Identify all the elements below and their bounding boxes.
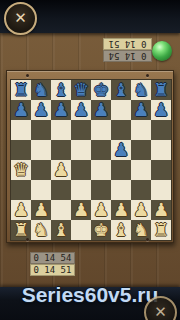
nail-icon <box>26 238 29 241</box>
square-f3[interactable] <box>111 180 131 200</box>
piece-white-pawn: ♟ <box>33 200 49 220</box>
square-b4[interactable] <box>31 160 51 180</box>
app-screen: ✕ 0 14 54 0 14 51 ♜♞♝♛♚♝♞♜♟♟♟♟♟♟♟♟♛♟♟♟♟♟… <box>0 0 180 320</box>
piece-black-rook: ♜ <box>13 80 29 100</box>
square-b6[interactable] <box>31 120 51 140</box>
square-g4[interactable] <box>131 160 151 180</box>
square-b1[interactable]: ♞ <box>31 220 51 240</box>
piece-black-bishop: ♝ <box>113 80 129 100</box>
piece-white-knight: ♞ <box>133 220 149 240</box>
square-f1[interactable]: ♝ <box>111 220 131 240</box>
piece-black-pawn: ♟ <box>53 100 69 120</box>
close-button-top[interactable]: ✕ <box>4 2 37 35</box>
piece-black-pawn: ♟ <box>113 140 129 160</box>
square-e7[interactable]: ♟ <box>91 100 111 120</box>
square-b5[interactable] <box>31 140 51 160</box>
square-h4[interactable] <box>151 160 171 180</box>
piece-black-queen: ♛ <box>73 80 89 100</box>
square-h7[interactable]: ♟ <box>151 100 171 120</box>
piece-white-knight: ♞ <box>33 220 49 240</box>
square-g5[interactable] <box>131 140 151 160</box>
square-d2[interactable]: ♟ <box>71 200 91 220</box>
square-e2[interactable]: ♟ <box>91 200 111 220</box>
square-c4[interactable]: ♟ <box>51 160 71 180</box>
piece-black-knight: ♞ <box>33 80 49 100</box>
piece-black-pawn: ♟ <box>133 100 149 120</box>
square-a2[interactable]: ♟ <box>11 200 31 220</box>
piece-white-pawn: ♟ <box>13 200 29 220</box>
square-g6[interactable] <box>131 120 151 140</box>
nail-icon <box>26 74 29 77</box>
nail-icon <box>146 74 149 77</box>
square-c2[interactable] <box>51 200 71 220</box>
square-g1[interactable]: ♞ <box>131 220 151 240</box>
square-g3[interactable] <box>131 180 151 200</box>
square-e4[interactable] <box>91 160 111 180</box>
piece-white-pawn: ♟ <box>53 160 69 180</box>
square-a8[interactable]: ♜ <box>11 80 31 100</box>
square-e3[interactable] <box>91 180 111 200</box>
piece-white-rook: ♜ <box>153 220 169 240</box>
piece-black-pawn: ♟ <box>93 100 109 120</box>
square-e5[interactable] <box>91 140 111 160</box>
square-c5[interactable] <box>51 140 71 160</box>
board-grid: ♜♞♝♛♚♝♞♜♟♟♟♟♟♟♟♟♛♟♟♟♟♟♟♟♟♜♞♝♚♝♞♜ <box>11 80 171 240</box>
square-b7[interactable]: ♟ <box>31 100 51 120</box>
square-b2[interactable]: ♟ <box>31 200 51 220</box>
piece-white-bishop: ♝ <box>53 220 69 240</box>
square-e8[interactable]: ♚ <box>91 80 111 100</box>
piece-white-pawn: ♟ <box>93 200 109 220</box>
piece-black-pawn: ♟ <box>33 100 49 120</box>
square-c3[interactable] <box>51 180 71 200</box>
nail-icon <box>146 238 149 241</box>
piece-black-king: ♚ <box>93 80 109 100</box>
opponent-clock-row-grey: 0 14 54 <box>103 50 152 62</box>
square-d6[interactable] <box>71 120 91 140</box>
square-h3[interactable] <box>151 180 171 200</box>
square-c1[interactable]: ♝ <box>51 220 71 240</box>
piece-white-bishop: ♝ <box>113 220 129 240</box>
opponent-clock-row-cream: 0 14 51 <box>103 38 152 50</box>
square-g8[interactable]: ♞ <box>131 80 151 100</box>
square-h5[interactable] <box>151 140 171 160</box>
square-c6[interactable] <box>51 120 71 140</box>
square-e1[interactable]: ♚ <box>91 220 111 240</box>
square-f8[interactable]: ♝ <box>111 80 131 100</box>
square-a7[interactable]: ♟ <box>11 100 31 120</box>
close-icon: ✕ <box>154 303 167 320</box>
piece-black-pawn: ♟ <box>73 100 89 120</box>
piece-white-pawn: ♟ <box>73 200 89 220</box>
square-h2[interactable]: ♟ <box>151 200 171 220</box>
square-d3[interactable] <box>71 180 91 200</box>
piece-white-rook: ♜ <box>13 220 29 240</box>
square-f2[interactable]: ♟ <box>111 200 131 220</box>
square-a4[interactable]: ♛ <box>11 160 31 180</box>
opponent-clock-block: 0 14 54 0 14 51 <box>103 38 152 62</box>
square-a6[interactable] <box>11 120 31 140</box>
piece-white-pawn: ♟ <box>133 200 149 220</box>
square-d1[interactable] <box>71 220 91 240</box>
square-d8[interactable]: ♛ <box>71 80 91 100</box>
player-clock-block: 0 14 54 0 14 51 <box>30 252 75 276</box>
square-b8[interactable]: ♞ <box>31 80 51 100</box>
square-b3[interactable] <box>31 180 51 200</box>
square-c8[interactable]: ♝ <box>51 80 71 100</box>
piece-white-pawn: ♟ <box>113 200 129 220</box>
piece-white-queen: ♛ <box>13 160 29 180</box>
square-h6[interactable] <box>151 120 171 140</box>
player-clock-row-grey: 0 14 54 <box>30 252 75 264</box>
square-d5[interactable] <box>71 140 91 160</box>
square-d4[interactable] <box>71 160 91 180</box>
piece-white-pawn: ♟ <box>153 200 169 220</box>
square-c7[interactable]: ♟ <box>51 100 71 120</box>
player-clock-row-cream: 0 14 51 <box>30 264 75 276</box>
square-f7[interactable] <box>111 100 131 120</box>
piece-white-king: ♚ <box>93 220 109 240</box>
square-a3[interactable] <box>11 180 31 200</box>
piece-black-pawn: ♟ <box>13 100 29 120</box>
piece-black-rook: ♜ <box>153 80 169 100</box>
square-f6[interactable] <box>111 120 131 140</box>
square-f5[interactable]: ♟ <box>111 140 131 160</box>
square-g7[interactable]: ♟ <box>131 100 151 120</box>
square-h8[interactable]: ♜ <box>151 80 171 100</box>
square-a1[interactable]: ♜ <box>11 220 31 240</box>
square-f4[interactable] <box>111 160 131 180</box>
piece-black-pawn: ♟ <box>153 100 169 120</box>
close-icon: ✕ <box>14 9 27 27</box>
piece-black-knight: ♞ <box>133 80 149 100</box>
board-frame: ♜♞♝♛♚♝♞♜♟♟♟♟♟♟♟♟♛♟♟♟♟♟♟♟♟♜♞♝♚♝♞♜ <box>6 70 174 243</box>
piece-black-bishop: ♝ <box>53 80 69 100</box>
square-g2[interactable]: ♟ <box>131 200 151 220</box>
square-e6[interactable] <box>91 120 111 140</box>
square-d7[interactable]: ♟ <box>71 100 91 120</box>
square-a5[interactable] <box>11 140 31 160</box>
square-h1[interactable]: ♜ <box>151 220 171 240</box>
turn-indicator <box>152 41 172 61</box>
